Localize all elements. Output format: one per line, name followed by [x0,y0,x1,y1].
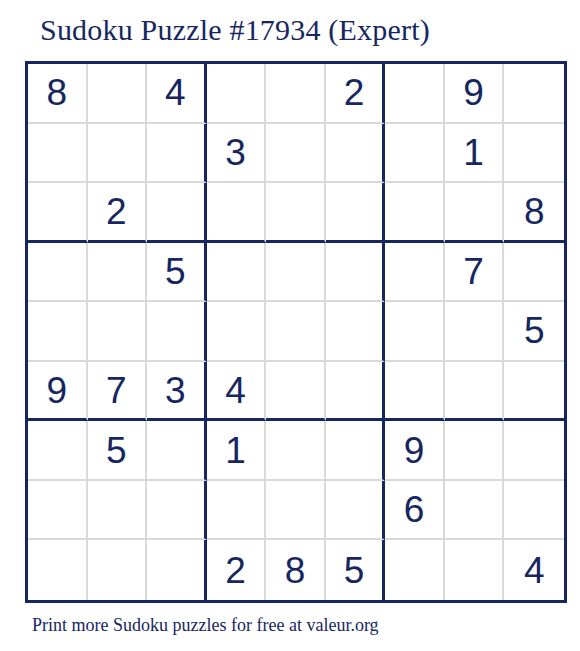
cell-r4c4 [207,243,267,303]
cell-r8c5 [266,481,326,541]
cell-r1c1: 8 [28,64,88,124]
cell-r3c1 [28,183,88,243]
cell-r3c3 [147,183,207,243]
cell-r2c4: 3 [207,124,267,184]
cell-r9c2 [88,540,148,600]
cell-r9c6: 5 [326,540,386,600]
cell-r7c3 [147,421,207,481]
cell-r6c6 [326,362,386,422]
cell-r5c1 [28,302,88,362]
cell-r6c7 [385,362,445,422]
cell-r2c8: 1 [445,124,505,184]
cell-r5c4 [207,302,267,362]
cell-r7c7: 9 [385,421,445,481]
cell-r9c5: 8 [266,540,326,600]
cell-r8c8 [445,481,505,541]
cell-r1c7 [385,64,445,124]
cell-r4c1 [28,243,88,303]
cell-r9c1 [28,540,88,600]
cell-r9c7 [385,540,445,600]
cell-r8c2 [88,481,148,541]
cell-r3c9: 8 [504,183,564,243]
cell-r4c6 [326,243,386,303]
cell-r1c8: 9 [445,64,505,124]
cell-r3c6 [326,183,386,243]
cell-r4c2 [88,243,148,303]
cell-r8c9 [504,481,564,541]
cell-r7c2: 5 [88,421,148,481]
page: Sudoku Puzzle #17934 (Expert) 8429312857… [0,0,580,651]
page-title: Sudoku Puzzle #17934 (Expert) [40,13,580,47]
cell-r8c4 [207,481,267,541]
cell-r5c3 [147,302,207,362]
cell-r3c4 [207,183,267,243]
cell-r1c3: 4 [147,64,207,124]
cell-r7c4: 1 [207,421,267,481]
cell-r5c2 [88,302,148,362]
cell-r4c8: 7 [445,243,505,303]
cell-r6c8 [445,362,505,422]
cell-r1c2 [88,64,148,124]
cell-r2c6 [326,124,386,184]
cell-r4c9 [504,243,564,303]
cell-r1c4 [207,64,267,124]
cell-r2c2 [88,124,148,184]
cell-r7c9 [504,421,564,481]
cell-r5c8 [445,302,505,362]
cell-r4c3: 5 [147,243,207,303]
cell-r2c7 [385,124,445,184]
cell-r8c1 [28,481,88,541]
cell-r8c7: 6 [385,481,445,541]
cell-r6c4: 4 [207,362,267,422]
cell-r6c5 [266,362,326,422]
cell-r6c1: 9 [28,362,88,422]
cell-r1c5 [266,64,326,124]
cell-r8c3 [147,481,207,541]
cell-r7c1 [28,421,88,481]
cell-r7c6 [326,421,386,481]
cell-r6c9 [504,362,564,422]
cell-r5c6 [326,302,386,362]
cell-r9c8 [445,540,505,600]
cell-r5c9: 5 [504,302,564,362]
cell-r2c5 [266,124,326,184]
cell-r4c5 [266,243,326,303]
cell-r5c5 [266,302,326,362]
cell-r6c2: 7 [88,362,148,422]
cell-r7c5 [266,421,326,481]
cell-r9c4: 2 [207,540,267,600]
cell-r1c9 [504,64,564,124]
cell-r3c2: 2 [88,183,148,243]
cell-r3c7 [385,183,445,243]
cell-r5c7 [385,302,445,362]
cell-r8c6 [326,481,386,541]
cell-r3c5 [266,183,326,243]
footer-note: Print more Sudoku puzzles for free at va… [32,615,580,636]
cell-r2c1 [28,124,88,184]
cell-r2c9 [504,124,564,184]
cell-r3c8 [445,183,505,243]
cell-r9c9: 4 [504,540,564,600]
cell-r9c3 [147,540,207,600]
cell-r1c6: 2 [326,64,386,124]
sudoku-board: 84293128575973451962854 [25,61,567,603]
cell-r2c3 [147,124,207,184]
cell-r7c8 [445,421,505,481]
cell-r6c3: 3 [147,362,207,422]
cell-r4c7 [385,243,445,303]
